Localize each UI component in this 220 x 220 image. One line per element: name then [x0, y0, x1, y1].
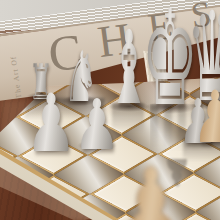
piece-black-pawn-foreground: ♟ [111, 153, 191, 220]
book-subtitle: The Art Of [5, 28, 23, 99]
piece-white-pawn-left: ♟ [25, 84, 77, 164]
piece-black-pawn-edge: ♟ [192, 81, 220, 153]
chess-set-photo: The Art Of C H E S S ♟ ♜ ♞ ♝ ♚ ♛ ♟ ♟ ♟ [0, 0, 220, 220]
